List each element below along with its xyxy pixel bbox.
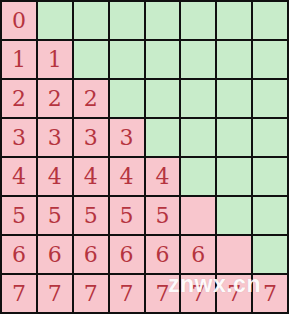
cell-r3-c5 [181,119,215,156]
cell-r1-c4 [146,41,180,78]
cell-r4-c4: 4 [146,158,180,195]
cell-r6-c1: 6 [38,236,72,273]
cell-r3-c6 [217,119,251,156]
cell-r3-c4 [146,119,180,156]
cell-r5-c5 [181,197,215,234]
cell-r5-c3: 5 [110,197,144,234]
cell-r5-c2: 5 [74,197,108,234]
cell-r0-c3 [110,2,144,39]
cell-r2-c7 [253,80,287,117]
cell-r0-c5 [181,2,215,39]
cell-r2-c2: 2 [74,80,108,117]
cell-r0-c7 [253,2,287,39]
cell-r7-c7: 7 [253,275,287,312]
cell-r0-c6 [217,2,251,39]
number-grid-board: 0112223333444445555566666677777777 [0,0,289,314]
cell-r6-c0: 6 [2,236,36,273]
cell-r7-c6: 7 [217,275,251,312]
cell-r2-c0: 2 [2,80,36,117]
cell-r1-c2 [74,41,108,78]
cell-r6-c4: 6 [146,236,180,273]
cell-r7-c4: 7 [146,275,180,312]
cell-r3-c1: 3 [38,119,72,156]
cell-r6-c5: 6 [181,236,215,273]
cell-r7-c0: 7 [2,275,36,312]
cell-r6-c3: 6 [110,236,144,273]
cell-r6-c2: 6 [74,236,108,273]
cell-r0-c4 [146,2,180,39]
cell-r7-c3: 7 [110,275,144,312]
cell-r0-c0: 0 [2,2,36,39]
cell-r4-c3: 4 [110,158,144,195]
cell-r5-c6 [217,197,251,234]
cell-r1-c1: 1 [38,41,72,78]
cell-r3-c2: 3 [74,119,108,156]
cell-r1-c0: 1 [2,41,36,78]
cell-r2-c4 [146,80,180,117]
cell-r4-c2: 4 [74,158,108,195]
cell-r1-c7 [253,41,287,78]
cell-r1-c6 [217,41,251,78]
cell-r4-c0: 4 [2,158,36,195]
cell-r1-c3 [110,41,144,78]
cell-r4-c7 [253,158,287,195]
cell-r7-c2: 7 [74,275,108,312]
cell-r4-c5 [181,158,215,195]
cell-r5-c0: 5 [2,197,36,234]
cell-r3-c7 [253,119,287,156]
cell-r2-c1: 2 [38,80,72,117]
screenshot-stage: 0112223333444445555566666677777777 znwx.… [0,0,289,314]
cell-r7-c5: 7 [181,275,215,312]
cell-r5-c7 [253,197,287,234]
cell-r3-c3: 3 [110,119,144,156]
cell-r4-c6 [217,158,251,195]
cell-r5-c1: 5 [38,197,72,234]
cell-r7-c1: 7 [38,275,72,312]
cell-r2-c3 [110,80,144,117]
cell-r4-c1: 4 [38,158,72,195]
cell-r0-c2 [74,2,108,39]
cell-r2-c6 [217,80,251,117]
cell-r3-c0: 3 [2,119,36,156]
cell-r0-c1 [38,2,72,39]
cell-r1-c5 [181,41,215,78]
cell-r2-c5 [181,80,215,117]
cell-r6-c6 [217,236,251,273]
cell-r6-c7 [253,236,287,273]
cell-r5-c4: 5 [146,197,180,234]
